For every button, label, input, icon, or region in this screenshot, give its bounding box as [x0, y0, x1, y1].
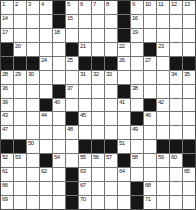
cell-r11c6[interactable]	[66, 140, 78, 153]
cell-r7c9[interactable]	[105, 85, 117, 98]
cell-r13c14[interactable]	[170, 168, 182, 181]
cell-r8c12	[144, 99, 156, 112]
cell-r1c12[interactable]: 10	[144, 1, 156, 14]
clue-number: 58	[132, 154, 138, 161]
cell-r1c1[interactable]: 1	[1, 1, 13, 14]
cell-r9c8[interactable]	[92, 112, 104, 125]
cell-r12c2[interactable]: 53	[14, 154, 26, 167]
clue-number: 16	[132, 15, 138, 22]
cell-r2c12[interactable]	[144, 15, 156, 28]
cell-r7c14[interactable]	[170, 85, 182, 98]
cell-r3c10	[118, 29, 130, 42]
cell-r5c8	[92, 57, 104, 70]
cell-r5c13[interactable]	[157, 57, 169, 70]
cell-r14c13[interactable]	[157, 182, 169, 195]
cell-r13c6	[66, 168, 78, 181]
clue-number: 50	[28, 140, 34, 147]
cell-r12c3[interactable]	[27, 154, 39, 167]
cell-r11c11[interactable]	[131, 140, 143, 153]
clue-number: 64	[119, 168, 125, 175]
clue-number: 32	[93, 71, 99, 78]
cell-r11c10[interactable]: 51	[118, 140, 130, 153]
cell-r3c5[interactable]: 18	[53, 29, 65, 42]
cell-r14c4[interactable]	[40, 182, 52, 195]
clue-number: 66	[2, 182, 8, 189]
cell-r4c2[interactable]: 20	[14, 43, 26, 56]
cell-r6c14[interactable]: 34	[170, 71, 182, 84]
cell-r4c12	[144, 43, 156, 56]
cell-r14c1[interactable]: 66	[1, 182, 13, 195]
cell-r2c14[interactable]	[170, 15, 182, 28]
cell-r5c5[interactable]	[53, 57, 65, 70]
cell-r12c6[interactable]	[66, 154, 78, 167]
cell-r4c9[interactable]	[105, 43, 117, 56]
cell-r11c15	[183, 140, 195, 153]
cell-r9c9[interactable]	[105, 112, 117, 125]
clue-number: 14	[2, 15, 8, 22]
clue-number: 41	[119, 99, 125, 106]
cell-r14c3[interactable]	[27, 182, 39, 195]
cell-r10c13[interactable]	[157, 126, 169, 139]
cell-r5c7	[79, 57, 91, 70]
cell-r11c5[interactable]	[53, 140, 65, 153]
cell-r10c4[interactable]	[40, 126, 52, 139]
cell-r5c2	[14, 57, 26, 70]
clue-number: 3	[28, 1, 31, 8]
cell-r11c12[interactable]	[144, 140, 156, 153]
cell-r1c4[interactable]: 4	[40, 1, 52, 14]
clue-number: 21	[80, 43, 86, 50]
clue-number: 54	[54, 154, 60, 161]
cell-r1c7[interactable]: 6	[79, 1, 91, 14]
cell-r4c13[interactable]: 23	[157, 43, 169, 56]
clue-number: 12	[171, 1, 177, 8]
cell-r10c8[interactable]	[92, 126, 104, 139]
cell-r1c10	[118, 1, 130, 14]
cell-r1c3[interactable]: 3	[27, 1, 39, 14]
cell-r9c13[interactable]	[157, 112, 169, 125]
cell-r13c15[interactable]: 65	[183, 168, 195, 181]
cell-r3c15[interactable]	[183, 29, 195, 42]
cell-r12c8[interactable]: 56	[92, 154, 104, 167]
cell-r6c8[interactable]: 32	[92, 71, 104, 84]
cell-r11c4[interactable]	[40, 140, 52, 153]
cell-r11c2	[14, 140, 26, 153]
cell-r12c7[interactable]: 55	[79, 154, 91, 167]
cell-r13c4[interactable]: 62	[40, 168, 52, 181]
cell-r13c11[interactable]	[131, 168, 143, 181]
clue-number: 20	[15, 43, 21, 50]
clue-number: 55	[80, 154, 86, 161]
cell-r4c7[interactable]: 21	[79, 43, 91, 56]
cell-r14c5[interactable]	[53, 182, 65, 195]
cell-r1c9[interactable]: 8	[105, 1, 117, 14]
cell-r15c8[interactable]	[92, 196, 104, 209]
cell-r9c7[interactable]: 45	[79, 112, 91, 125]
clue-number: 44	[41, 112, 47, 119]
cell-r7c2[interactable]	[14, 85, 26, 98]
clue-number: 69	[2, 196, 8, 203]
cell-r6c1[interactable]: 28	[1, 71, 13, 84]
cell-r7c10	[118, 85, 130, 98]
cell-r9c10[interactable]	[118, 112, 130, 125]
cell-r5c10[interactable]: 26	[118, 57, 130, 70]
cell-r15c9[interactable]	[105, 196, 117, 209]
clue-number: 46	[145, 112, 151, 119]
cell-r3c8[interactable]	[92, 29, 104, 42]
cell-r2c4[interactable]	[40, 15, 52, 28]
cell-r10c11[interactable]: 49	[131, 126, 143, 139]
cell-r13c7[interactable]: 63	[79, 168, 91, 181]
clue-number: 60	[171, 154, 177, 161]
cell-r15c4[interactable]	[40, 196, 52, 209]
cell-r13c2[interactable]	[14, 168, 26, 181]
clue-number: 1	[2, 1, 5, 8]
clue-number: 40	[54, 99, 60, 106]
clue-number: 70	[80, 196, 86, 203]
clue-number: 47	[2, 126, 8, 133]
cell-r2c15[interactable]	[183, 15, 195, 28]
clue-number: 48	[67, 126, 73, 133]
cell-r14c11	[131, 182, 143, 195]
clue-number: 61	[2, 168, 8, 175]
cell-r14c8[interactable]	[92, 182, 104, 195]
cell-r11c13	[157, 140, 169, 153]
clue-number: 35	[184, 71, 190, 78]
cell-r8c10[interactable]: 41	[118, 99, 130, 112]
cell-r9c14[interactable]	[170, 112, 182, 125]
cell-r4c8[interactable]	[92, 43, 104, 56]
cell-r8c9[interactable]	[105, 99, 117, 112]
cell-r14c10[interactable]	[118, 182, 130, 195]
clue-number: 49	[132, 126, 138, 133]
clue-number: 63	[80, 168, 86, 175]
cell-r5c12[interactable]: 27	[144, 57, 156, 70]
cell-r10c1[interactable]: 47	[1, 126, 13, 139]
clue-number: 10	[145, 1, 151, 8]
cell-r3c2[interactable]	[14, 29, 26, 42]
cell-r12c9[interactable]: 57	[105, 154, 117, 167]
cell-r12c12[interactable]	[144, 154, 156, 167]
clue-number: 59	[158, 154, 164, 161]
cell-r11c14	[170, 140, 182, 153]
clue-number: 27	[145, 57, 151, 64]
cell-r14c15[interactable]	[183, 182, 195, 195]
cell-r5c1	[1, 57, 13, 70]
cell-r12c11[interactable]: 58	[131, 154, 143, 167]
clue-number: 56	[93, 154, 99, 161]
cell-r3c4[interactable]	[40, 29, 52, 42]
cell-r1c11[interactable]: 9	[131, 1, 143, 14]
cell-r8c11[interactable]	[131, 99, 143, 112]
cell-r8c14[interactable]	[170, 99, 182, 112]
cell-r10c2[interactable]	[14, 126, 26, 139]
clue-number: 67	[80, 182, 86, 189]
cell-r5c4[interactable]: 24	[40, 57, 52, 70]
cell-r3c3[interactable]	[27, 29, 39, 42]
cell-r15c10[interactable]	[118, 196, 130, 209]
cell-r5c9	[105, 57, 117, 70]
clue-number: 33	[106, 71, 112, 78]
clue-number: 24	[41, 57, 47, 64]
clue-number: 5	[67, 1, 70, 8]
cell-r2c10	[118, 15, 130, 28]
cell-r13c3[interactable]	[27, 168, 39, 181]
clue-number: 36	[2, 85, 8, 92]
clue-number: 22	[119, 43, 125, 50]
cell-r7c8[interactable]	[92, 85, 104, 98]
cell-r1c13[interactable]: 11	[157, 1, 169, 14]
clue-number: 8	[106, 1, 109, 8]
cell-r1c8[interactable]: 7	[92, 1, 104, 14]
clue-number: 4	[41, 1, 44, 8]
crossword-board: 1234567891011121314151617181920212223242…	[0, 0, 196, 210]
cell-r13c8[interactable]	[92, 168, 104, 181]
cell-r4c4[interactable]	[40, 43, 52, 56]
cell-r9c4[interactable]: 44	[40, 112, 52, 125]
clue-number: 2	[15, 1, 18, 8]
cell-r9c12[interactable]: 46	[144, 112, 156, 125]
cell-r11c9	[105, 140, 117, 153]
cell-r8c13[interactable]: 42	[157, 99, 169, 112]
cell-r8c1[interactable]: 39	[1, 99, 13, 112]
clue-number: 51	[119, 140, 125, 147]
cell-r14c14[interactable]	[170, 182, 182, 195]
clue-number: 38	[132, 85, 138, 92]
cell-r6c3[interactable]: 30	[27, 71, 39, 84]
cell-r7c6[interactable]: 37	[66, 85, 78, 98]
clue-number: 62	[41, 168, 47, 175]
cell-r7c5	[53, 85, 65, 98]
clue-number: 19	[132, 29, 138, 36]
clue-number: 15	[67, 15, 73, 22]
cell-r10c10[interactable]	[118, 126, 130, 139]
cell-r15c3[interactable]	[27, 196, 39, 209]
cell-r15c14[interactable]	[170, 196, 182, 209]
cell-r2c7[interactable]	[79, 15, 91, 28]
cell-r7c15[interactable]	[183, 85, 195, 98]
cell-r5c6[interactable]: 25	[66, 57, 78, 70]
cell-r13c9[interactable]	[105, 168, 117, 181]
clue-number: 43	[2, 112, 8, 119]
cell-r2c1[interactable]: 14	[1, 15, 13, 28]
cell-r10c7[interactable]	[79, 126, 91, 139]
cell-r13c10[interactable]: 64	[118, 168, 130, 181]
cell-r7c1[interactable]: 36	[1, 85, 13, 98]
clue-number: 18	[54, 29, 60, 36]
cell-r15c6	[66, 196, 78, 209]
cell-r7c13[interactable]	[157, 85, 169, 98]
cell-r9c1[interactable]: 43	[1, 112, 13, 125]
cell-r15c13[interactable]	[157, 196, 169, 209]
cell-r2c11[interactable]: 16	[131, 15, 143, 28]
clue-number: 45	[80, 112, 86, 119]
cell-r6c9[interactable]: 33	[105, 71, 117, 84]
clue-number: 28	[2, 71, 8, 78]
cell-r6c10[interactable]	[118, 71, 130, 84]
cell-r3c14[interactable]	[170, 29, 182, 42]
cell-r10c5[interactable]	[53, 126, 65, 139]
cell-r2c8[interactable]	[92, 15, 104, 28]
cell-r8c8[interactable]	[92, 99, 104, 112]
cell-r10c14[interactable]	[170, 126, 182, 139]
clue-number: 25	[67, 57, 73, 64]
cell-r14c12[interactable]: 68	[144, 182, 156, 195]
cell-r12c10	[118, 154, 130, 167]
cell-r11c1	[1, 140, 13, 153]
cell-r7c3[interactable]	[27, 85, 39, 98]
cell-r4c11[interactable]	[131, 43, 143, 56]
clue-number: 34	[171, 71, 177, 78]
cell-r4c15[interactable]	[183, 43, 195, 56]
cell-r6c2[interactable]: 29	[14, 71, 26, 84]
cell-r8c3[interactable]	[27, 99, 39, 112]
cell-r11c8	[92, 140, 104, 153]
cell-r2c2[interactable]	[14, 15, 26, 28]
clue-number: 39	[2, 99, 8, 106]
cell-r10c3[interactable]	[27, 126, 39, 139]
clue-number: 31	[80, 71, 86, 78]
cell-r13c5[interactable]	[53, 168, 65, 181]
cell-r15c1[interactable]: 69	[1, 196, 13, 209]
clue-number: 71	[145, 196, 151, 203]
clue-number: 17	[2, 29, 8, 36]
cell-r12c13[interactable]: 59	[157, 154, 169, 167]
cell-r7c12[interactable]	[144, 85, 156, 98]
cell-r4c6	[66, 43, 78, 56]
clue-number: 68	[145, 182, 151, 189]
cell-r3c1[interactable]: 17	[1, 29, 13, 42]
cell-r5c11[interactable]	[131, 57, 143, 70]
cell-r3c9[interactable]	[105, 29, 117, 42]
clue-number: 6	[80, 1, 83, 8]
cell-r1c14[interactable]: 12	[170, 1, 182, 14]
cell-r15c15[interactable]	[183, 196, 195, 209]
cell-r1c2[interactable]: 2	[14, 1, 26, 14]
cell-r6c12[interactable]	[144, 71, 156, 84]
cell-r9c6	[66, 112, 78, 125]
cell-r15c5[interactable]	[53, 196, 65, 209]
cell-r3c12[interactable]	[144, 29, 156, 42]
clue-number: 23	[158, 43, 164, 50]
clue-number: 7	[93, 1, 96, 8]
cell-r7c4[interactable]	[40, 85, 52, 98]
cell-r8c4	[40, 99, 52, 112]
cell-r14c7[interactable]: 67	[79, 182, 91, 195]
cell-r8c7[interactable]	[79, 99, 91, 112]
cell-r12c4	[40, 154, 52, 167]
cell-r4c5[interactable]	[53, 43, 65, 56]
cell-r9c15[interactable]	[183, 112, 195, 125]
cell-r6c5[interactable]	[53, 71, 65, 84]
cell-r1c6[interactable]: 5	[66, 1, 78, 14]
cell-r4c1	[1, 43, 13, 56]
cell-r8c2[interactable]	[14, 99, 26, 112]
cell-r14c2[interactable]	[14, 182, 26, 195]
cell-r11c7	[79, 140, 91, 153]
cell-r10c15[interactable]	[183, 126, 195, 139]
cell-r6c13[interactable]	[157, 71, 169, 84]
clue-number: 29	[15, 71, 21, 78]
cell-r2c3[interactable]	[27, 15, 39, 28]
cell-r12c15	[183, 154, 195, 167]
cell-r12c1[interactable]: 52	[1, 154, 13, 167]
cell-r6c7[interactable]: 31	[79, 71, 91, 84]
cell-r3c6[interactable]	[66, 29, 78, 42]
cell-r8c15[interactable]	[183, 99, 195, 112]
cell-r5c15	[183, 57, 195, 70]
cell-r9c11	[131, 112, 143, 125]
clue-number: 57	[106, 154, 112, 161]
cell-r10c9[interactable]	[105, 126, 117, 139]
cell-r8c6[interactable]	[66, 99, 78, 112]
cell-r8c5[interactable]: 40	[53, 99, 65, 112]
clue-number: 9	[132, 1, 135, 8]
cell-r2c13[interactable]	[157, 15, 169, 28]
clue-number: 65	[184, 168, 190, 175]
cell-r1c15[interactable]: 13	[183, 1, 195, 14]
cell-r14c6	[66, 182, 78, 195]
cell-r6c15[interactable]: 35	[183, 71, 195, 84]
cell-r13c12[interactable]	[144, 168, 156, 181]
cell-r3c11[interactable]: 19	[131, 29, 143, 42]
cell-r10c12[interactable]	[144, 126, 156, 139]
clue-number: 26	[119, 57, 125, 64]
cell-r10c6[interactable]: 48	[66, 126, 78, 139]
cell-r6c4[interactable]	[40, 71, 52, 84]
cell-r7c7[interactable]	[79, 85, 91, 98]
cell-r13c13[interactable]	[157, 168, 169, 181]
cell-r15c7[interactable]: 70	[79, 196, 91, 209]
clue-number: 37	[67, 85, 73, 92]
cell-r12c5[interactable]: 54	[53, 154, 65, 167]
cell-r3c13[interactable]	[157, 29, 169, 42]
clue-number: 52	[2, 154, 8, 161]
cell-r4c10[interactable]: 22	[118, 43, 130, 56]
cell-r4c14[interactable]	[170, 43, 182, 56]
cell-r1c5	[53, 1, 65, 14]
cell-r5c14	[170, 57, 182, 70]
cell-r11c3[interactable]: 50	[27, 140, 39, 153]
cell-r6c6[interactable]	[66, 71, 78, 84]
cell-r14c9[interactable]	[105, 182, 117, 195]
cell-r13c1[interactable]: 61	[1, 168, 13, 181]
cell-r2c5	[53, 15, 65, 28]
cell-r9c3[interactable]	[27, 112, 39, 125]
cell-r4c3[interactable]	[27, 43, 39, 56]
cell-r15c11	[131, 196, 143, 209]
cell-r9c5[interactable]	[53, 112, 65, 125]
cell-r5c3	[27, 57, 39, 70]
cell-r3c7[interactable]	[79, 29, 91, 42]
cell-r12c14[interactable]: 60	[170, 154, 182, 167]
clue-number: 13	[184, 1, 190, 8]
cell-r7c11[interactable]: 38	[131, 85, 143, 98]
cell-r9c2[interactable]	[14, 112, 26, 125]
cell-r2c9[interactable]	[105, 15, 117, 28]
cell-r2c6[interactable]: 15	[66, 15, 78, 28]
clue-number: 53	[15, 154, 21, 161]
cell-r15c12[interactable]: 71	[144, 196, 156, 209]
clue-number: 30	[28, 71, 34, 78]
clue-number: 11	[158, 1, 163, 8]
clue-number: 42	[158, 99, 164, 106]
cell-r6c11[interactable]	[131, 71, 143, 84]
cell-r15c2[interactable]	[14, 196, 26, 209]
